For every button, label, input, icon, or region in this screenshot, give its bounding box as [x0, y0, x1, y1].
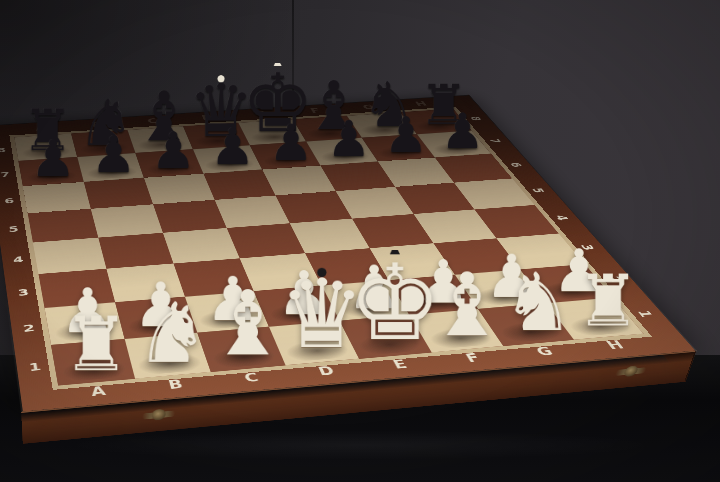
rank-label-right-8: 8	[449, 113, 503, 125]
square-a4	[33, 238, 107, 274]
brass-clasp-left	[142, 405, 175, 424]
rank-label-left-3: 3	[8, 274, 38, 310]
file-label-bottom-f: F	[433, 349, 515, 370]
file-label-top-c: C	[124, 116, 182, 127]
rank-label-left-2: 2	[13, 309, 45, 348]
rank-label-left-5: 5	[0, 214, 28, 245]
chess-board: ♜♞♝♛♚♝♞♜♟♟♟♟♟♟♟♟♟♟♟♟♟♟♟♟♜♞♝♛♚♝♞♜ ABCDEFG…	[0, 95, 695, 411]
rank-label-left-7: 7	[0, 161, 18, 188]
file-label-bottom-d: D	[287, 361, 368, 383]
file-label-top-d: D	[179, 112, 237, 123]
brass-clasp-right	[613, 362, 648, 381]
file-label-bottom-b: B	[136, 375, 217, 397]
rank-label-right-5: 5	[508, 183, 568, 198]
rank-label-right-6: 6	[487, 158, 545, 172]
file-label-top-e: E	[233, 109, 291, 120]
square-a2: ♟	[45, 302, 125, 345]
file-label-top-b: B	[68, 119, 126, 131]
rank-label-right-4: 4	[531, 210, 594, 226]
rank-label-right-1: 1	[610, 304, 681, 324]
square-c2: ♟	[185, 291, 269, 333]
file-label-top-a: A	[12, 123, 70, 135]
file-label-bottom-e: E	[360, 355, 441, 376]
rank-label-left-1: 1	[18, 346, 52, 389]
rank-label-left-4: 4	[4, 243, 33, 276]
rank-label-left-6: 6	[0, 186, 23, 215]
rank-label-left-8: 8	[0, 138, 14, 163]
square-a3	[38, 269, 115, 308]
file-label-bottom-a: A	[59, 381, 140, 404]
square-d4	[227, 223, 305, 258]
rank-label-right-7: 7	[468, 135, 524, 148]
file-label-bottom-g: G	[505, 342, 587, 363]
square-a1: ♜	[51, 339, 135, 386]
square-b1: ♞	[125, 333, 211, 379]
square-f2: ♟	[389, 275, 478, 315]
square-b2: ♟	[115, 297, 197, 339]
rank-label-right-3: 3	[555, 239, 620, 256]
file-label-bottom-c: C	[212, 368, 293, 390]
rank-label-right-2: 2	[581, 270, 649, 288]
square-c5	[153, 200, 227, 233]
file-label-bottom-h: H	[576, 336, 658, 356]
king-cone-finial	[274, 57, 282, 65]
file-label-top-h: H	[393, 99, 451, 110]
square-g1: ♞	[478, 303, 574, 346]
square-b3	[106, 263, 185, 302]
queen-ball-finial	[218, 75, 225, 82]
photo-of-chess-set: ♜♞♝♛♚♝♞♜♟♟♟♟♟♟♟♟♟♟♟♟♟♟♟♟♜♞♝♛♚♝♞♜ ABCDEFG…	[0, 0, 720, 482]
perspective-wrapper: ♜♞♝♛♚♝♞♜♟♟♟♟♟♟♟♟♟♟♟♟♟♟♟♟♜♞♝♛♚♝♞♜ ABCDEFG…	[0, 0, 720, 482]
square-c3	[173, 258, 253, 296]
file-label-top-f: F	[287, 106, 345, 117]
file-label-top-g: G	[340, 102, 398, 113]
